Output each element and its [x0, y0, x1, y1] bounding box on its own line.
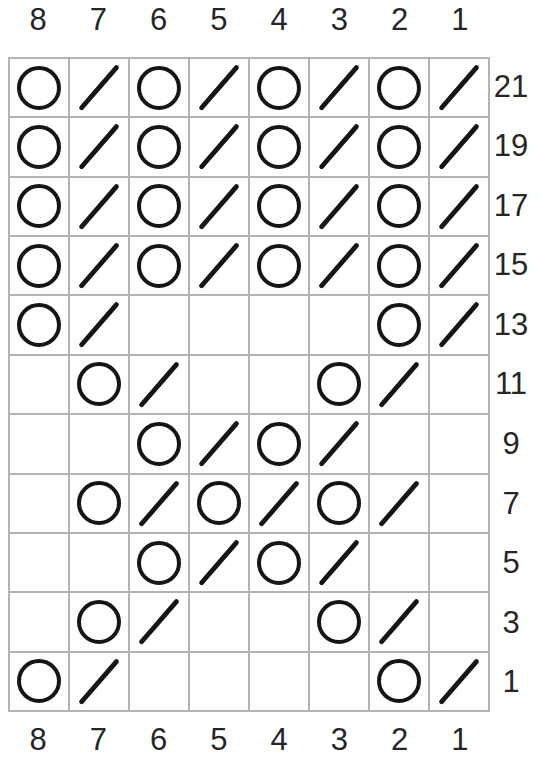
- chart-cell: [370, 415, 428, 472]
- k2tog-icon: [370, 356, 428, 413]
- chart-cell: [430, 118, 488, 175]
- chart-cell: [70, 475, 128, 532]
- column-label: 6: [129, 4, 189, 35]
- k2tog-icon: [190, 178, 248, 235]
- chart-cell: [250, 59, 308, 116]
- k2tog-icon: [310, 118, 368, 175]
- yarn-over-icon: [317, 362, 361, 406]
- k2tog-icon: [250, 475, 308, 532]
- chart-cell: [370, 178, 428, 235]
- row-label: 9: [490, 414, 532, 474]
- k2tog-icon: [430, 296, 488, 353]
- k2tog-icon: [430, 118, 488, 175]
- row-label: 19: [490, 117, 532, 177]
- chart-cell: [130, 178, 188, 235]
- chart-cell: [10, 59, 68, 116]
- k2tog-icon: [130, 356, 188, 413]
- chart-cell: [10, 178, 68, 235]
- chart-cell: [370, 296, 428, 353]
- yarn-over-icon: [77, 600, 121, 644]
- chart-cell: [430, 653, 488, 710]
- chart-cell: [130, 475, 188, 532]
- yarn-over-icon: [77, 362, 121, 406]
- chart-cell: [190, 296, 248, 353]
- column-label: 8: [8, 4, 68, 35]
- chart-cell: [130, 534, 188, 591]
- chart-cell: [190, 178, 248, 235]
- chart-cell: [310, 534, 368, 591]
- column-label: 2: [370, 724, 430, 755]
- row-label: 17: [490, 176, 532, 236]
- chart-cell: [190, 59, 248, 116]
- chart-cell: [250, 118, 308, 175]
- chart-cell: [310, 593, 368, 650]
- k2tog-icon: [430, 653, 488, 710]
- row-label: 7: [490, 474, 532, 534]
- yarn-over-icon: [317, 600, 361, 644]
- chart-cell: [430, 178, 488, 235]
- yarn-over-icon: [377, 184, 421, 228]
- chart-cell: [250, 415, 308, 472]
- k2tog-icon: [190, 237, 248, 294]
- yarn-over-icon: [257, 422, 301, 466]
- chart-cell: [310, 356, 368, 413]
- chart-cell: [190, 653, 248, 710]
- chart-cell: [10, 534, 68, 591]
- chart-cell: [70, 237, 128, 294]
- column-label: 3: [309, 724, 369, 755]
- k2tog-icon: [190, 59, 248, 116]
- chart-cell: [250, 356, 308, 413]
- yarn-over-icon: [137, 244, 181, 288]
- chart-cell: [10, 475, 68, 532]
- chart-cell: [130, 415, 188, 472]
- k2tog-icon: [310, 178, 368, 235]
- k2tog-icon: [70, 653, 128, 710]
- chart-cell: [430, 296, 488, 353]
- chart-cell: [130, 356, 188, 413]
- row-labels: 21191715131197531: [490, 57, 532, 712]
- k2tog-icon: [370, 593, 428, 650]
- chart-cell: [430, 534, 488, 591]
- row-label: 21: [490, 57, 532, 117]
- yarn-over-icon: [257, 125, 301, 169]
- chart-cell: [430, 237, 488, 294]
- yarn-over-icon: [377, 125, 421, 169]
- row-label: 11: [490, 355, 532, 415]
- chart-cell: [130, 237, 188, 294]
- column-label: 6: [129, 724, 189, 755]
- column-label: 5: [189, 4, 249, 35]
- column-labels-bottom: 87654321: [8, 716, 490, 762]
- chart-cell: [310, 59, 368, 116]
- chart-cell: [370, 118, 428, 175]
- chart-cell: [370, 593, 428, 650]
- column-label: 4: [249, 724, 309, 755]
- chart-cell: [190, 593, 248, 650]
- yarn-over-icon: [377, 303, 421, 347]
- knitting-chart-page: 87654321 21191715131197531 87654321: [0, 0, 543, 768]
- chart-cell: [250, 653, 308, 710]
- yarn-over-icon: [317, 481, 361, 525]
- column-label: 1: [430, 4, 490, 35]
- chart-cell: [10, 653, 68, 710]
- k2tog-icon: [70, 118, 128, 175]
- chart-cell: [10, 593, 68, 650]
- chart-cell: [10, 237, 68, 294]
- yarn-over-icon: [137, 66, 181, 110]
- chart-cell: [70, 593, 128, 650]
- chart-cell: [10, 296, 68, 353]
- column-label: 7: [68, 4, 128, 35]
- k2tog-icon: [310, 59, 368, 116]
- chart-cell: [310, 118, 368, 175]
- yarn-over-icon: [377, 244, 421, 288]
- chart-cell: [310, 415, 368, 472]
- chart-cell: [370, 356, 428, 413]
- chart-cell: [310, 475, 368, 532]
- chart-cell: [190, 356, 248, 413]
- k2tog-icon: [370, 475, 428, 532]
- chart-cell: [250, 593, 308, 650]
- column-label: 5: [189, 724, 249, 755]
- chart-cell: [310, 653, 368, 710]
- k2tog-icon: [430, 237, 488, 294]
- chart-cell: [250, 178, 308, 235]
- knitting-chart-grid: [8, 57, 490, 712]
- yarn-over-icon: [257, 184, 301, 228]
- yarn-over-icon: [17, 125, 61, 169]
- column-label: 1: [430, 724, 490, 755]
- yarn-over-icon: [137, 541, 181, 585]
- chart-cell: [130, 593, 188, 650]
- chart-cell: [190, 475, 248, 532]
- k2tog-icon: [190, 118, 248, 175]
- chart-cell: [250, 237, 308, 294]
- yarn-over-icon: [17, 66, 61, 110]
- chart-cell: [370, 653, 428, 710]
- row-label: 1: [490, 652, 532, 712]
- k2tog-icon: [310, 534, 368, 591]
- yarn-over-icon: [137, 422, 181, 466]
- k2tog-icon: [70, 59, 128, 116]
- chart-cell: [130, 118, 188, 175]
- k2tog-icon: [430, 59, 488, 116]
- chart-cell: [70, 534, 128, 591]
- k2tog-icon: [70, 237, 128, 294]
- yarn-over-icon: [137, 125, 181, 169]
- chart-cell: [310, 296, 368, 353]
- row-label: 13: [490, 295, 532, 355]
- chart-cell: [10, 415, 68, 472]
- yarn-over-icon: [77, 481, 121, 525]
- chart-cell: [130, 296, 188, 353]
- chart-cell: [130, 653, 188, 710]
- row-label: 15: [490, 236, 532, 296]
- chart-cell: [70, 415, 128, 472]
- yarn-over-icon: [377, 659, 421, 703]
- k2tog-icon: [190, 415, 248, 472]
- chart-cell: [370, 534, 428, 591]
- yarn-over-icon: [257, 244, 301, 288]
- k2tog-icon: [130, 475, 188, 532]
- k2tog-icon: [430, 178, 488, 235]
- chart-cell: [250, 534, 308, 591]
- k2tog-icon: [70, 296, 128, 353]
- chart-cell: [250, 475, 308, 532]
- yarn-over-icon: [257, 66, 301, 110]
- chart-cell: [430, 415, 488, 472]
- chart-cell: [10, 356, 68, 413]
- k2tog-icon: [130, 593, 188, 650]
- chart-cell: [310, 178, 368, 235]
- chart-cell: [190, 237, 248, 294]
- k2tog-icon: [70, 178, 128, 235]
- k2tog-icon: [310, 415, 368, 472]
- row-label: 3: [490, 593, 532, 653]
- chart-cell: [250, 296, 308, 353]
- chart-cell: [70, 178, 128, 235]
- chart-cell: [370, 59, 428, 116]
- column-label: 3: [309, 4, 369, 35]
- chart-cell: [70, 296, 128, 353]
- yarn-over-icon: [377, 66, 421, 110]
- column-label: 8: [8, 724, 68, 755]
- yarn-over-icon: [17, 303, 61, 347]
- chart-cell: [190, 118, 248, 175]
- k2tog-icon: [310, 237, 368, 294]
- chart-cell: [370, 475, 428, 532]
- yarn-over-icon: [197, 481, 241, 525]
- chart-cell: [430, 59, 488, 116]
- chart-cell: [130, 59, 188, 116]
- yarn-over-icon: [17, 184, 61, 228]
- chart-cell: [70, 356, 128, 413]
- k2tog-icon: [190, 534, 248, 591]
- yarn-over-icon: [17, 244, 61, 288]
- column-label: 2: [370, 4, 430, 35]
- column-label: 4: [249, 4, 309, 35]
- yarn-over-icon: [137, 184, 181, 228]
- chart-cell: [190, 534, 248, 591]
- chart-cell: [430, 475, 488, 532]
- column-label: 7: [68, 724, 128, 755]
- column-labels-top: 87654321: [8, 0, 490, 38]
- chart-cell: [70, 118, 128, 175]
- chart-cell: [430, 356, 488, 413]
- chart-cell: [370, 237, 428, 294]
- row-label: 5: [490, 533, 532, 593]
- chart-cell: [10, 118, 68, 175]
- yarn-over-icon: [17, 659, 61, 703]
- chart-cell: [190, 415, 248, 472]
- chart-cell: [70, 59, 128, 116]
- chart-cell: [310, 237, 368, 294]
- yarn-over-icon: [257, 541, 301, 585]
- chart-cell: [70, 653, 128, 710]
- chart-cell: [430, 593, 488, 650]
